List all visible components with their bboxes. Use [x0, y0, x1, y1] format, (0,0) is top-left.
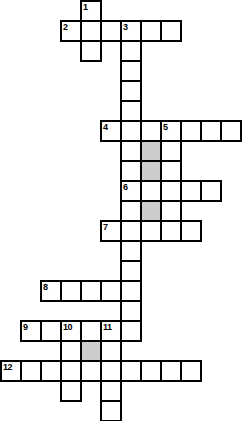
grid-cell[interactable]: [120, 200, 142, 222]
grid-cell[interactable]: [60, 380, 82, 402]
crossword-grid: 123456789101112: [0, 0, 241, 421]
grid-cell[interactable]: [120, 120, 142, 142]
grid-cell[interactable]: [120, 160, 142, 182]
grid-cell[interactable]: [40, 360, 62, 382]
grid-cell[interactable]: [40, 320, 62, 342]
grid-cell[interactable]: [60, 340, 82, 362]
grid-cell[interactable]: [100, 380, 122, 402]
grid-cell[interactable]: 11: [100, 320, 122, 342]
grid-cell[interactable]: [160, 360, 182, 382]
grid-cell[interactable]: [120, 300, 142, 322]
grid-cell[interactable]: [140, 20, 162, 42]
grid-cell[interactable]: 3: [120, 20, 142, 42]
grid-cell[interactable]: [120, 220, 142, 242]
grid-cell[interactable]: [80, 360, 102, 382]
grid-cell[interactable]: [80, 20, 102, 42]
grid-cell[interactable]: [120, 360, 142, 382]
grid-cell[interactable]: [140, 360, 162, 382]
grid-cell[interactable]: 8: [40, 280, 62, 302]
crossword-puzzle: 123456789101112: [0, 0, 241, 421]
grid-cell[interactable]: [160, 200, 182, 222]
grid-cell[interactable]: [180, 360, 202, 382]
clue-number: 8: [43, 282, 48, 292]
grid-cell[interactable]: [200, 120, 222, 142]
clue-number: 10: [63, 322, 72, 332]
grid-cell-shaded[interactable]: [140, 140, 162, 162]
grid-cell[interactable]: [60, 360, 82, 382]
grid-cell[interactable]: 12: [0, 360, 22, 382]
grid-cell[interactable]: [120, 140, 142, 162]
clue-number: 1: [83, 2, 88, 12]
grid-cell[interactable]: 5: [160, 120, 182, 142]
grid-cell[interactable]: [120, 240, 142, 262]
grid-cell[interactable]: 2: [60, 20, 82, 42]
clue-number: 4: [103, 122, 108, 132]
grid-cell[interactable]: [160, 180, 182, 202]
clue-number: 3: [123, 22, 128, 32]
grid-cell[interactable]: [140, 180, 162, 202]
grid-cell[interactable]: [160, 20, 182, 42]
grid-cell[interactable]: [120, 40, 142, 62]
clue-number: 6: [123, 182, 128, 192]
grid-cell[interactable]: 6: [120, 180, 142, 202]
grid-cell[interactable]: [160, 140, 182, 162]
clue-number: 9: [23, 322, 28, 332]
grid-cell-shaded[interactable]: [140, 160, 162, 182]
grid-cell[interactable]: [220, 120, 242, 142]
grid-cell[interactable]: 1: [80, 0, 102, 22]
grid-cell[interactable]: [120, 280, 142, 302]
grid-cell[interactable]: [180, 120, 202, 142]
grid-cell[interactable]: [60, 280, 82, 302]
grid-cell[interactable]: [140, 120, 162, 142]
clue-number: 7: [103, 222, 108, 232]
grid-cell[interactable]: [160, 160, 182, 182]
grid-cell[interactable]: [160, 220, 182, 242]
grid-cell[interactable]: [120, 100, 142, 122]
grid-cell[interactable]: 4: [100, 120, 122, 142]
grid-cell[interactable]: [180, 180, 202, 202]
grid-cell[interactable]: [80, 280, 102, 302]
grid-cell[interactable]: [80, 40, 102, 62]
grid-cell[interactable]: [100, 20, 122, 42]
grid-cell[interactable]: [120, 260, 142, 282]
clue-number: 11: [103, 322, 112, 332]
grid-cell[interactable]: [120, 320, 142, 342]
grid-cell[interactable]: [100, 280, 122, 302]
grid-cell[interactable]: [200, 180, 222, 202]
grid-cell[interactable]: [100, 340, 122, 362]
clue-number: 5: [163, 122, 168, 132]
grid-cell[interactable]: [20, 360, 42, 382]
grid-cell[interactable]: 9: [20, 320, 42, 342]
grid-cell[interactable]: 7: [100, 220, 122, 242]
grid-cell[interactable]: [120, 80, 142, 102]
grid-cell-shaded[interactable]: [80, 340, 102, 362]
clue-number: 12: [3, 362, 12, 372]
grid-cell[interactable]: [100, 360, 122, 382]
clue-number: 2: [63, 22, 68, 32]
grid-cell[interactable]: [140, 220, 162, 242]
grid-cell[interactable]: [180, 220, 202, 242]
grid-cell[interactable]: [120, 60, 142, 82]
grid-cell-shaded[interactable]: [140, 200, 162, 222]
grid-cell[interactable]: 10: [60, 320, 82, 342]
grid-cell[interactable]: [100, 400, 122, 421]
grid-cell[interactable]: [80, 320, 102, 342]
